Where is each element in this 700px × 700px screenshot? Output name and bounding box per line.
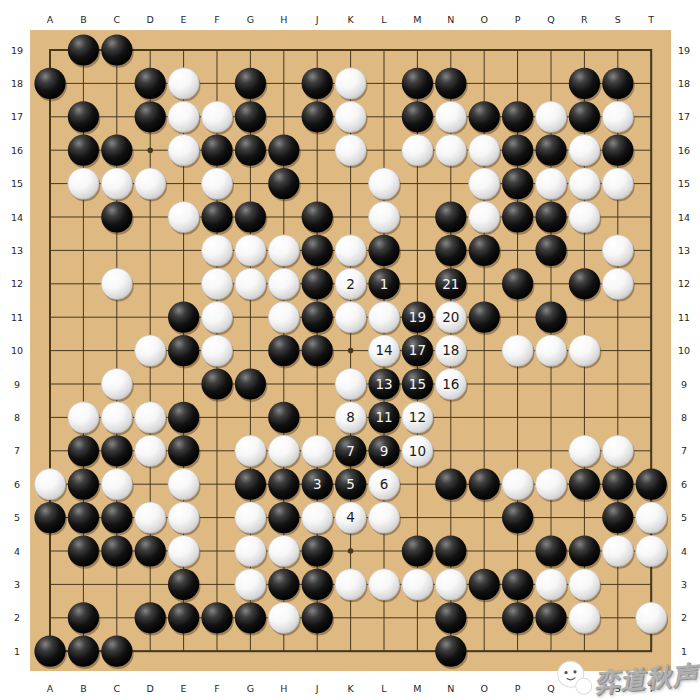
move-number: 10 — [409, 443, 426, 459]
star-point — [348, 348, 354, 354]
col-label-top: A — [47, 14, 54, 25]
row-label-left: 1 — [14, 646, 20, 657]
row-label-left: 14 — [11, 212, 23, 223]
go-board[interactable]: AABBCCDDEEFFGGHHJJKKLLMMNNOOPPQQRRSSTT19… — [0, 0, 700, 700]
col-label-bottom: P — [515, 683, 521, 694]
col-label-bottom: D — [147, 683, 154, 694]
col-label-top: H — [280, 14, 287, 25]
col-label-top: G — [247, 14, 254, 25]
row-label-right: 5 — [681, 512, 687, 523]
row-label-left: 15 — [11, 178, 23, 189]
row-label-right: 12 — [678, 278, 690, 289]
col-label-top: E — [181, 14, 187, 25]
move-number: 6 — [380, 476, 389, 492]
row-label-left: 4 — [14, 546, 20, 557]
col-label-top: P — [515, 14, 521, 25]
col-label-bottom: T — [647, 683, 654, 694]
row-label-right: 8 — [681, 412, 687, 423]
col-label-top: Q — [547, 14, 554, 25]
col-label-bottom: S — [615, 683, 621, 694]
col-label-top: O — [480, 14, 487, 25]
col-label-top: N — [447, 14, 454, 25]
col-label-bottom: M — [413, 683, 421, 694]
col-label-top: J — [315, 14, 319, 25]
move-number: 1 — [380, 276, 389, 292]
row-label-left: 9 — [14, 379, 20, 390]
move-number: 5 — [346, 476, 355, 492]
row-label-right: 14 — [678, 212, 690, 223]
row-label-right: 19 — [678, 45, 690, 56]
move-number: 7 — [346, 443, 355, 459]
col-label-bottom: R — [581, 683, 588, 694]
move-number: 21 — [442, 276, 459, 292]
move-number: 15 — [409, 376, 426, 392]
move-number: 3 — [313, 476, 322, 492]
col-label-bottom: F — [214, 683, 219, 694]
col-label-bottom: A — [47, 683, 54, 694]
col-label-bottom: O — [480, 683, 487, 694]
col-label-top: B — [80, 14, 87, 25]
row-label-left: 12 — [11, 278, 23, 289]
row-label-left: 6 — [14, 479, 20, 490]
row-label-right: 11 — [678, 312, 690, 323]
move-number: 8 — [346, 409, 355, 425]
row-label-left: 13 — [11, 245, 23, 256]
row-label-left: 2 — [14, 612, 20, 623]
row-label-right: 17 — [678, 111, 690, 122]
col-label-bottom: K — [347, 683, 354, 694]
row-label-left: 18 — [11, 78, 23, 89]
row-label-right: 2 — [681, 612, 687, 623]
col-label-top: F — [214, 14, 219, 25]
col-label-top: L — [381, 14, 387, 25]
row-label-right: 6 — [681, 479, 687, 490]
row-label-left: 19 — [11, 45, 23, 56]
row-label-right: 15 — [678, 178, 690, 189]
col-label-top: S — [615, 14, 621, 25]
row-label-left: 5 — [14, 512, 20, 523]
col-label-bottom: C — [113, 683, 120, 694]
move-number: 20 — [442, 309, 459, 325]
row-label-right: 16 — [678, 145, 690, 156]
row-label-left: 11 — [11, 312, 23, 323]
row-label-right: 10 — [678, 345, 690, 356]
col-label-bottom: G — [247, 683, 254, 694]
row-label-right: 4 — [681, 546, 687, 557]
star-point — [348, 548, 354, 554]
row-label-right: 13 — [678, 245, 690, 256]
move-number: 17 — [409, 342, 426, 358]
row-label-right: 9 — [681, 379, 687, 390]
row-label-left: 10 — [11, 345, 23, 356]
col-label-top: M — [413, 14, 421, 25]
col-label-bottom: L — [381, 683, 387, 694]
move-number: 18 — [442, 342, 459, 358]
move-number: 11 — [375, 409, 392, 425]
move-number: 9 — [380, 443, 389, 459]
move-number: 2 — [346, 276, 355, 292]
row-label-left: 7 — [14, 445, 20, 456]
move-number: 13 — [375, 376, 392, 392]
row-label-left: 8 — [14, 412, 20, 423]
col-label-top: R — [581, 14, 588, 25]
move-number: 19 — [409, 309, 426, 325]
row-label-right: 18 — [678, 78, 690, 89]
col-label-top: K — [347, 14, 354, 25]
col-label-bottom: E — [181, 683, 187, 694]
col-label-bottom: Q — [547, 683, 554, 694]
col-label-top: T — [647, 14, 654, 25]
row-label-left: 17 — [11, 111, 23, 122]
row-label-left: 16 — [11, 145, 23, 156]
col-label-bottom: J — [315, 683, 319, 694]
row-label-right: 3 — [681, 579, 687, 590]
move-number: 12 — [409, 409, 426, 425]
row-label-right: 1 — [681, 646, 687, 657]
col-label-bottom: H — [280, 683, 287, 694]
col-label-bottom: N — [447, 683, 454, 694]
move-number: 16 — [442, 376, 459, 392]
move-number: 4 — [346, 509, 355, 525]
board-grid: AABBCCDDEEFFGGHHJJKKLLMMNNOOPPQQRRSSTT19… — [0, 0, 700, 700]
col-label-top: C — [113, 14, 120, 25]
row-label-left: 3 — [14, 579, 20, 590]
col-label-bottom: B — [80, 683, 87, 694]
col-label-top: D — [147, 14, 154, 25]
move-number: 14 — [375, 342, 392, 358]
star-point — [147, 147, 153, 153]
row-label-right: 7 — [681, 445, 687, 456]
